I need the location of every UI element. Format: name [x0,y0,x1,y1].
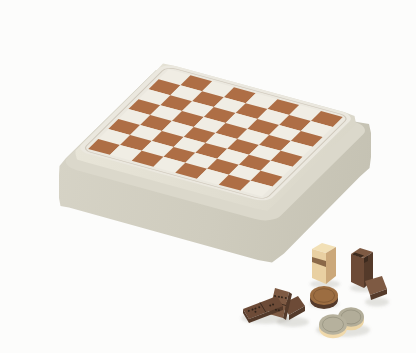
chess-piece-maple [312,243,336,284]
game-pieces [230,232,400,353]
checker-sage-front [319,314,347,338]
product-photo-stage [0,0,416,353]
checker-brown [310,286,338,309]
